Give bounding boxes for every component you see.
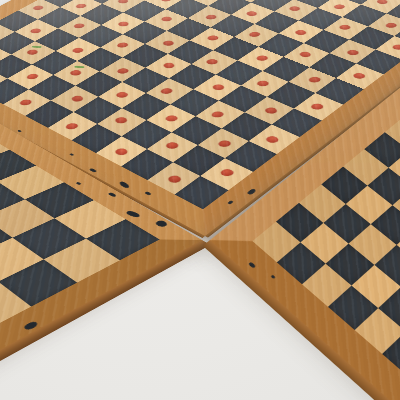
red-dot-marker [71, 47, 85, 54]
red-dot-marker [338, 24, 352, 31]
red-dot-marker [164, 114, 179, 123]
red-dot-marker [294, 29, 308, 36]
paint-chip [108, 192, 118, 197]
red-dot-marker [116, 67, 130, 74]
red-dot-marker [265, 135, 281, 144]
red-dot-marker [205, 58, 219, 66]
paint-chip [125, 210, 142, 218]
red-dot-marker [248, 31, 261, 37]
paint-chip [227, 200, 234, 204]
red-dot-marker [117, 0, 130, 4]
red-dot-marker [298, 51, 312, 59]
red-dot-marker [264, 106, 279, 115]
red-dot-marker [308, 76, 322, 83]
red-dot-marker [160, 0, 173, 2]
paint-chip [89, 168, 97, 173]
red-dot-marker [26, 49, 39, 56]
red-dot-marker [69, 69, 83, 77]
red-dot-marker [117, 21, 130, 28]
red-dot-marker [18, 99, 33, 107]
red-dot-marker [206, 35, 220, 42]
red-dot-marker [114, 147, 129, 156]
red-dot-marker [115, 91, 130, 99]
paint-chip [154, 220, 169, 228]
photo-scene [0, 0, 400, 400]
red-dot-marker [75, 3, 88, 9]
red-dot-marker [333, 4, 346, 10]
paint-chip [248, 262, 256, 269]
red-dot-marker [310, 103, 325, 111]
green-stem-marker [74, 66, 85, 69]
red-dot-marker [29, 28, 42, 35]
paint-chip [144, 191, 151, 195]
paint-chip [22, 321, 39, 331]
red-dot-marker [167, 174, 183, 184]
red-dot-marker [160, 16, 173, 23]
red-dot-marker [159, 87, 174, 95]
paint-chip [69, 153, 74, 156]
red-dot-marker [205, 14, 218, 20]
paint-chip [76, 182, 82, 185]
paint-chip [17, 130, 22, 133]
red-dot-marker [162, 62, 176, 70]
red-dot-marker [72, 23, 85, 29]
red-dot-marker [217, 139, 233, 148]
red-dot-marker [385, 22, 398, 28]
red-dot-marker [256, 80, 271, 88]
red-dot-marker [64, 122, 79, 130]
red-dot-marker [219, 168, 235, 178]
paint-chip [270, 275, 275, 279]
red-dot-marker [375, 0, 389, 5]
red-dot-marker [255, 55, 269, 62]
red-dot-marker [70, 95, 84, 103]
red-dot-marker [245, 10, 258, 17]
red-dot-marker [210, 111, 224, 119]
red-dot-marker [114, 116, 129, 125]
red-dot-marker [116, 42, 130, 49]
red-dot-marker [162, 40, 176, 47]
green-stem-marker [32, 46, 43, 48]
paint-chip [118, 181, 130, 189]
red-dot-marker [288, 5, 302, 12]
paint-chip [246, 189, 257, 196]
red-dot-marker [211, 83, 226, 91]
red-dot-marker [26, 73, 40, 80]
red-dot-marker [32, 5, 45, 11]
red-dot-marker [164, 141, 180, 150]
red-dot-marker [392, 44, 400, 51]
red-dot-marker [346, 49, 361, 57]
red-dot-marker [352, 72, 367, 80]
